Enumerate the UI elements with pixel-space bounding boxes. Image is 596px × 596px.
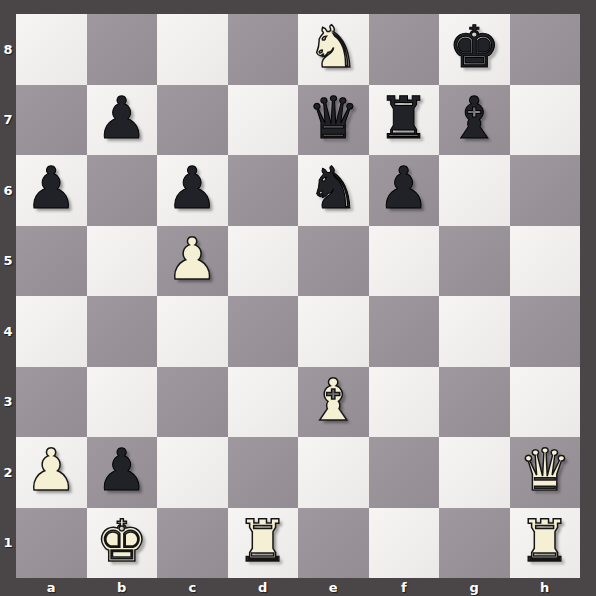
square-d8[interactable] bbox=[228, 14, 299, 85]
square-b3[interactable] bbox=[87, 367, 158, 438]
square-f5[interactable] bbox=[369, 226, 440, 297]
square-g6[interactable] bbox=[439, 155, 510, 226]
square-a7[interactable] bbox=[16, 85, 87, 156]
square-e6[interactable]: ♞ bbox=[298, 155, 369, 226]
black-pawn-f6[interactable]: ♟ bbox=[378, 156, 430, 220]
square-g8[interactable]: ♚ bbox=[439, 14, 510, 85]
square-e5[interactable] bbox=[298, 226, 369, 297]
white-king-b1[interactable]: ♚ bbox=[96, 509, 148, 573]
white-pawn-c5[interactable]: ♟ bbox=[166, 227, 218, 291]
square-f1[interactable] bbox=[369, 508, 440, 579]
rank-label-4: 4 bbox=[0, 296, 16, 367]
chess-board[interactable]: ♞♚♟♛♜♝♟♟♞♟♟♝♟♟♛♚♜♜ bbox=[16, 14, 580, 578]
rank-label-7: 7 bbox=[0, 85, 16, 156]
black-bishop-g7[interactable]: ♝ bbox=[448, 86, 500, 150]
square-e1[interactable] bbox=[298, 508, 369, 579]
square-a1[interactable] bbox=[16, 508, 87, 579]
file-label-d: d bbox=[228, 578, 299, 596]
square-h3[interactable] bbox=[510, 367, 581, 438]
white-bishop-e3[interactable]: ♝ bbox=[307, 368, 359, 432]
square-b7[interactable]: ♟ bbox=[87, 85, 158, 156]
square-c4[interactable] bbox=[157, 296, 228, 367]
rank-labels: 87654321 bbox=[0, 14, 16, 578]
square-c1[interactable] bbox=[157, 508, 228, 579]
file-label-a: a bbox=[16, 578, 87, 596]
square-f7[interactable]: ♜ bbox=[369, 85, 440, 156]
file-label-f: f bbox=[369, 578, 440, 596]
square-d3[interactable] bbox=[228, 367, 299, 438]
square-g5[interactable] bbox=[439, 226, 510, 297]
square-e7[interactable]: ♛ bbox=[298, 85, 369, 156]
square-e3[interactable]: ♝ bbox=[298, 367, 369, 438]
square-b8[interactable] bbox=[87, 14, 158, 85]
black-pawn-c6[interactable]: ♟ bbox=[166, 156, 218, 220]
square-a8[interactable] bbox=[16, 14, 87, 85]
rank-label-2: 2 bbox=[0, 437, 16, 508]
square-h8[interactable] bbox=[510, 14, 581, 85]
square-a4[interactable] bbox=[16, 296, 87, 367]
square-f4[interactable] bbox=[369, 296, 440, 367]
chess-position-screenshot: 87654321 ♞♚♟♛♜♝♟♟♞♟♟♝♟♟♛♚♜♜ abcdefgh bbox=[0, 0, 596, 596]
file-label-c: c bbox=[157, 578, 228, 596]
square-h5[interactable] bbox=[510, 226, 581, 297]
square-f6[interactable]: ♟ bbox=[369, 155, 440, 226]
rank-label-1: 1 bbox=[0, 508, 16, 579]
square-a5[interactable] bbox=[16, 226, 87, 297]
black-queen-e7[interactable]: ♛ bbox=[307, 86, 359, 150]
black-rook-f7[interactable]: ♜ bbox=[378, 86, 430, 150]
square-b4[interactable] bbox=[87, 296, 158, 367]
file-label-g: g bbox=[439, 578, 510, 596]
square-g4[interactable] bbox=[439, 296, 510, 367]
square-h4[interactable] bbox=[510, 296, 581, 367]
square-d7[interactable] bbox=[228, 85, 299, 156]
square-b5[interactable] bbox=[87, 226, 158, 297]
square-g7[interactable]: ♝ bbox=[439, 85, 510, 156]
rank-label-6: 6 bbox=[0, 155, 16, 226]
black-king-g8[interactable]: ♚ bbox=[448, 15, 500, 79]
white-pawn-a2[interactable]: ♟ bbox=[25, 438, 77, 502]
square-h6[interactable] bbox=[510, 155, 581, 226]
file-label-h: h bbox=[510, 578, 581, 596]
square-a3[interactable] bbox=[16, 367, 87, 438]
square-b6[interactable] bbox=[87, 155, 158, 226]
rank-label-5: 5 bbox=[0, 226, 16, 297]
square-h2[interactable]: ♛ bbox=[510, 437, 581, 508]
white-rook-d1[interactable]: ♜ bbox=[237, 509, 289, 573]
black-pawn-a6[interactable]: ♟ bbox=[25, 156, 77, 220]
black-knight-e6[interactable]: ♞ bbox=[307, 156, 359, 220]
square-d5[interactable] bbox=[228, 226, 299, 297]
square-e8[interactable]: ♞ bbox=[298, 14, 369, 85]
square-c8[interactable] bbox=[157, 14, 228, 85]
square-c6[interactable]: ♟ bbox=[157, 155, 228, 226]
file-labels: abcdefgh bbox=[16, 578, 580, 596]
square-c7[interactable] bbox=[157, 85, 228, 156]
square-a2[interactable]: ♟ bbox=[16, 437, 87, 508]
white-queen-h2[interactable]: ♛ bbox=[519, 438, 571, 502]
square-g1[interactable] bbox=[439, 508, 510, 579]
square-b2[interactable]: ♟ bbox=[87, 437, 158, 508]
square-d6[interactable] bbox=[228, 155, 299, 226]
square-f3[interactable] bbox=[369, 367, 440, 438]
square-d1[interactable]: ♜ bbox=[228, 508, 299, 579]
rank-label-8: 8 bbox=[0, 14, 16, 85]
white-knight-e8[interactable]: ♞ bbox=[307, 15, 359, 79]
square-h1[interactable]: ♜ bbox=[510, 508, 581, 579]
square-d2[interactable] bbox=[228, 437, 299, 508]
square-c5[interactable]: ♟ bbox=[157, 226, 228, 297]
square-d4[interactable] bbox=[228, 296, 299, 367]
square-b1[interactable]: ♚ bbox=[87, 508, 158, 579]
square-f8[interactable] bbox=[369, 14, 440, 85]
file-label-e: e bbox=[298, 578, 369, 596]
rank-label-3: 3 bbox=[0, 367, 16, 438]
square-e4[interactable] bbox=[298, 296, 369, 367]
square-e2[interactable] bbox=[298, 437, 369, 508]
square-g3[interactable] bbox=[439, 367, 510, 438]
black-pawn-b2[interactable]: ♟ bbox=[96, 438, 148, 502]
square-c3[interactable] bbox=[157, 367, 228, 438]
black-pawn-b7[interactable]: ♟ bbox=[96, 86, 148, 150]
square-g2[interactable] bbox=[439, 437, 510, 508]
square-f2[interactable] bbox=[369, 437, 440, 508]
white-rook-h1[interactable]: ♜ bbox=[519, 509, 571, 573]
file-label-b: b bbox=[87, 578, 158, 596]
square-c2[interactable] bbox=[157, 437, 228, 508]
square-h7[interactable] bbox=[510, 85, 581, 156]
square-a6[interactable]: ♟ bbox=[16, 155, 87, 226]
